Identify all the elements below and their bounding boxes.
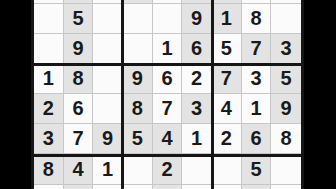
cell-r5c1[interactable]: 3 [34, 124, 64, 154]
cell-r6c2[interactable]: 4 [64, 154, 94, 185]
cell-r5c3[interactable]: 9 [93, 124, 123, 154]
cell-r3c5[interactable]: 6 [153, 64, 183, 94]
cell-r5c6[interactable]: 1 [182, 124, 212, 154]
cell-r5c8[interactable]: 6 [242, 124, 272, 154]
box-border-vertical-1 [121, 0, 124, 189]
cell-r5c7[interactable]: 2 [212, 124, 242, 154]
cell-r1c9[interactable] [271, 4, 301, 34]
cell-r3c2[interactable]: 8 [64, 64, 94, 94]
partial-cell [242, 185, 272, 189]
partial-cell [182, 185, 212, 189]
partial-cell [153, 185, 183, 189]
partial-cell [64, 185, 94, 189]
box-border-horizontal-2 [34, 154, 301, 157]
cell-r3c8[interactable]: 3 [242, 64, 272, 94]
cell-r4c1[interactable]: 2 [34, 94, 64, 124]
cell-r2c5[interactable]: 1 [153, 34, 183, 64]
cell-r6c3[interactable]: 1 [93, 154, 123, 185]
cell-r6c9[interactable] [271, 154, 301, 185]
cell-r4c9[interactable]: 9 [271, 94, 301, 124]
partial-cell [123, 185, 153, 189]
cell-r2c9[interactable]: 3 [271, 34, 301, 64]
partial-cell [93, 185, 123, 189]
cell-r6c6[interactable] [182, 154, 212, 185]
cell-r3c7[interactable]: 7 [212, 64, 242, 94]
box-border-vertical-2 [211, 0, 214, 189]
box-border-horizontal-1 [34, 63, 301, 66]
cell-r1c1[interactable] [34, 4, 64, 34]
cell-r5c5[interactable]: 4 [153, 124, 183, 154]
sudoku-board: 5918916573189627352687341937954126884125 [31, 0, 304, 189]
cell-r4c2[interactable]: 6 [64, 94, 94, 124]
cell-r4c4[interactable]: 8 [123, 94, 153, 124]
cell-r2c1[interactable] [34, 34, 64, 64]
cell-r2c2[interactable]: 9 [64, 34, 94, 64]
cell-r2c6[interactable]: 6 [182, 34, 212, 64]
cell-r6c8[interactable]: 5 [242, 154, 272, 185]
cell-r5c2[interactable]: 7 [64, 124, 94, 154]
letterbox-left [0, 0, 31, 189]
cell-r1c7[interactable]: 1 [212, 4, 242, 34]
cell-r1c4[interactable] [123, 4, 153, 34]
cell-r5c4[interactable]: 5 [123, 124, 153, 154]
cell-r2c7[interactable]: 5 [212, 34, 242, 64]
cell-r3c1[interactable]: 1 [34, 64, 64, 94]
cell-r1c5[interactable] [153, 4, 183, 34]
cell-r4c6[interactable]: 3 [182, 94, 212, 124]
cell-r6c7[interactable] [212, 154, 242, 185]
cell-r1c3[interactable] [93, 4, 123, 34]
cell-r3c9[interactable]: 5 [271, 64, 301, 94]
cell-r4c7[interactable]: 4 [212, 94, 242, 124]
cell-r6c4[interactable] [123, 154, 153, 185]
cell-r2c3[interactable] [93, 34, 123, 64]
partial-cell [212, 185, 242, 189]
cell-r4c3[interactable] [93, 94, 123, 124]
sudoku-grid: 5918916573189627352687341937954126884125 [34, 0, 301, 189]
cell-r1c2[interactable]: 5 [64, 4, 94, 34]
cell-r5c9[interactable]: 8 [271, 124, 301, 154]
cell-r4c5[interactable]: 7 [153, 94, 183, 124]
partial-cell [271, 185, 301, 189]
cell-r6c1[interactable]: 8 [34, 154, 64, 185]
partial-cell [34, 185, 64, 189]
cell-r3c6[interactable]: 2 [182, 64, 212, 94]
cell-r4c8[interactable]: 1 [242, 94, 272, 124]
cell-r2c8[interactable]: 7 [242, 34, 272, 64]
cell-r2c4[interactable] [123, 34, 153, 64]
cell-r3c3[interactable] [93, 64, 123, 94]
letterbox-right [304, 0, 336, 189]
cell-r3c4[interactable]: 9 [123, 64, 153, 94]
cell-r6c5[interactable]: 2 [153, 154, 183, 185]
cell-r1c8[interactable]: 8 [242, 4, 272, 34]
cell-r1c6[interactable]: 9 [182, 4, 212, 34]
